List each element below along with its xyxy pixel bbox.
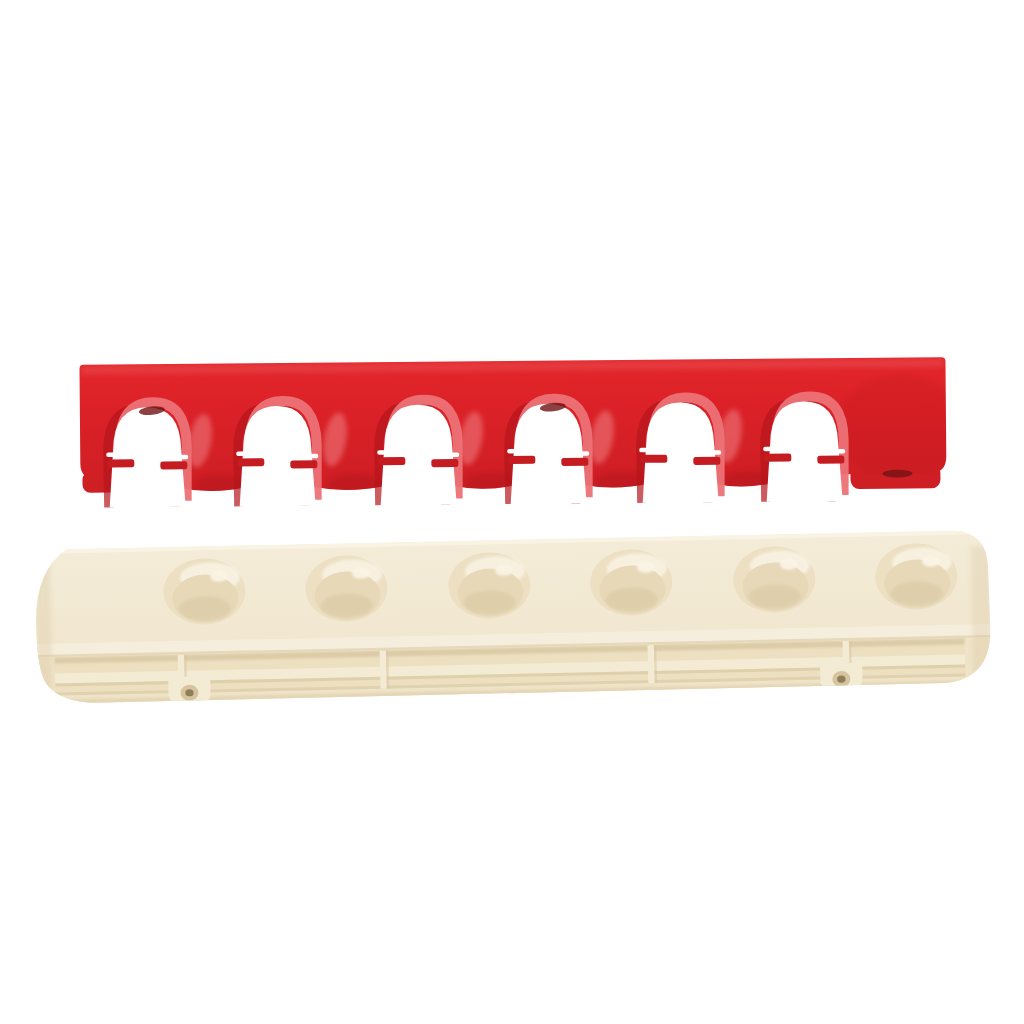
scene-canvas — [0, 0, 1024, 1024]
slot-tab-left — [508, 456, 535, 464]
slot-tab-left — [640, 455, 667, 463]
slot-relief-slit-left — [639, 448, 663, 453]
red-rod-clip-rack — [79, 357, 962, 508]
slot-tab-right — [561, 458, 588, 466]
slot-tab-right — [693, 457, 720, 465]
slot-relief-slit-left — [507, 449, 531, 454]
slot-tab-right — [290, 460, 317, 468]
right-end-shade — [971, 546, 993, 686]
slot-relief-slit-right — [164, 455, 188, 460]
slot-tab-right — [160, 461, 187, 469]
slot-relief-slit-right — [294, 454, 318, 459]
slot-relief-slit-right — [697, 450, 721, 455]
screw-tab — [820, 663, 863, 693]
product-photo — [0, 0, 1024, 1024]
slot-relief-slit-left — [763, 447, 787, 452]
rod-clip-slot — [763, 396, 846, 502]
rod-clip-slot — [507, 398, 590, 504]
rod-clip-slot — [106, 402, 189, 508]
slot-relief-slit-left — [236, 451, 260, 456]
slot-tab-left — [237, 458, 264, 466]
rod-clip-slot — [377, 399, 460, 505]
slot-relief-slit-left — [377, 450, 401, 455]
slot-tab-left — [107, 459, 134, 467]
slot-relief-slit-right — [821, 449, 845, 454]
slot-relief-slit-right — [565, 451, 589, 456]
slot-tab-left — [764, 454, 791, 462]
slot-tab-right — [817, 456, 844, 464]
slot-tab-right — [431, 459, 458, 467]
rod-clip-slot — [236, 401, 319, 507]
slot-tab-left — [378, 457, 405, 465]
slot-relief-slit-left — [106, 452, 130, 457]
cavity-divider — [648, 645, 655, 683]
rod-clip-slot — [639, 397, 722, 503]
cream-rod-butt-rest-bar — [34, 528, 992, 709]
screw-tab — [168, 676, 211, 706]
slot-relief-slit-right — [435, 452, 459, 457]
cavity-divider — [380, 651, 387, 689]
